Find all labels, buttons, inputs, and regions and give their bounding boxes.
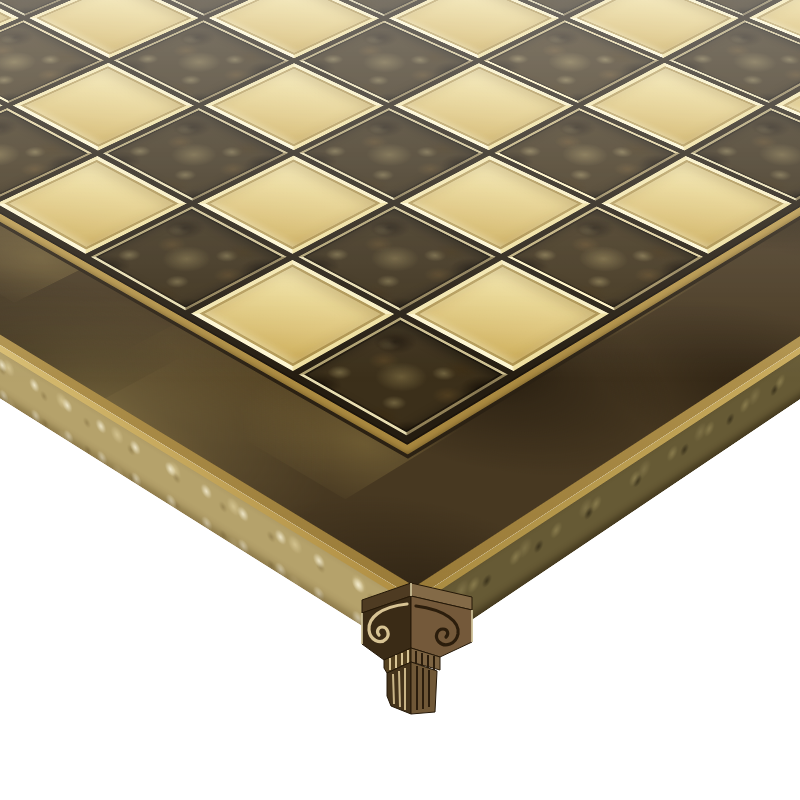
light-square	[400, 156, 591, 254]
product-photo-stage	[0, 0, 800, 800]
dark-square	[91, 206, 288, 310]
dark-square	[690, 108, 800, 201]
light-square	[584, 63, 764, 150]
dark-square	[0, 108, 92, 201]
light-square	[406, 260, 609, 371]
light-square	[775, 63, 800, 150]
chess-board	[0, 0, 800, 599]
light-square	[198, 156, 389, 254]
light-square	[0, 156, 187, 254]
dark-square	[299, 108, 484, 201]
dark-square	[103, 108, 288, 201]
dark-square	[495, 108, 680, 201]
dark-square	[484, 20, 659, 103]
light-square	[0, 63, 3, 150]
light-square	[394, 63, 574, 150]
dark-square	[299, 206, 496, 310]
dark-square	[507, 206, 704, 310]
board-frame-marble	[0, 0, 800, 599]
light-square	[13, 63, 193, 150]
board-grid	[0, 0, 800, 445]
dark-square	[299, 20, 474, 103]
light-square	[601, 156, 792, 254]
light-square	[204, 63, 384, 150]
grid-gold-fillet	[0, 0, 800, 459]
light-square	[29, 0, 199, 58]
light-square	[209, 0, 379, 58]
dark-square	[669, 20, 800, 103]
corner-column-foot	[352, 582, 478, 716]
dark-square	[114, 20, 289, 103]
ionic-capital-icon	[352, 582, 478, 716]
light-square	[569, 0, 739, 58]
light-square	[389, 0, 559, 58]
dark-square	[299, 317, 508, 435]
light-square	[191, 260, 394, 371]
dark-square	[0, 20, 104, 103]
